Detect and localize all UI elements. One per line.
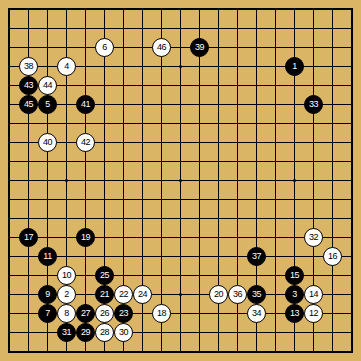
stone-black-27: 27 (76, 304, 95, 323)
stone-white-4: 4 (57, 57, 76, 76)
stones-layer: 1234567891011121314151617181920212223242… (0, 0, 361, 361)
stone-white-34: 34 (247, 304, 266, 323)
stone-black-7: 7 (38, 304, 57, 323)
stone-white-2: 2 (57, 285, 76, 304)
stone-white-36: 36 (228, 285, 247, 304)
stone-white-18: 18 (152, 304, 171, 323)
stone-white-28: 28 (95, 323, 114, 342)
stone-black-17: 17 (19, 228, 38, 247)
stone-black-13: 13 (285, 304, 304, 323)
stone-black-21: 21 (95, 285, 114, 304)
stone-black-35: 35 (247, 285, 266, 304)
stone-black-1: 1 (285, 57, 304, 76)
stone-white-20: 20 (209, 285, 228, 304)
stone-white-44: 44 (38, 76, 57, 95)
stone-black-31: 31 (57, 323, 76, 342)
stone-white-46: 46 (152, 38, 171, 57)
stone-white-6: 6 (95, 38, 114, 57)
stone-white-16: 16 (323, 247, 342, 266)
stone-black-3: 3 (285, 285, 304, 304)
stone-black-37: 37 (247, 247, 266, 266)
stone-white-42: 42 (76, 133, 95, 152)
stone-white-22: 22 (114, 285, 133, 304)
stone-black-41: 41 (76, 95, 95, 114)
stone-black-23: 23 (114, 304, 133, 323)
stone-black-39: 39 (190, 38, 209, 57)
stone-white-38: 38 (19, 57, 38, 76)
stone-white-32: 32 (304, 228, 323, 247)
stone-white-40: 40 (38, 133, 57, 152)
stone-black-9: 9 (38, 285, 57, 304)
stone-white-14: 14 (304, 285, 323, 304)
stone-black-45: 45 (19, 95, 38, 114)
stone-black-43: 43 (19, 76, 38, 95)
stone-black-15: 15 (285, 266, 304, 285)
stone-white-26: 26 (95, 304, 114, 323)
stone-white-12: 12 (304, 304, 323, 323)
stone-white-10: 10 (57, 266, 76, 285)
go-board: 1234567891011121314151617181920212223242… (0, 0, 361, 361)
stone-black-11: 11 (38, 247, 57, 266)
stone-black-19: 19 (76, 228, 95, 247)
stone-white-24: 24 (133, 285, 152, 304)
stone-black-25: 25 (95, 266, 114, 285)
stone-black-29: 29 (76, 323, 95, 342)
stone-white-8: 8 (57, 304, 76, 323)
stone-black-33: 33 (304, 95, 323, 114)
stone-white-30: 30 (114, 323, 133, 342)
stone-black-5: 5 (38, 95, 57, 114)
